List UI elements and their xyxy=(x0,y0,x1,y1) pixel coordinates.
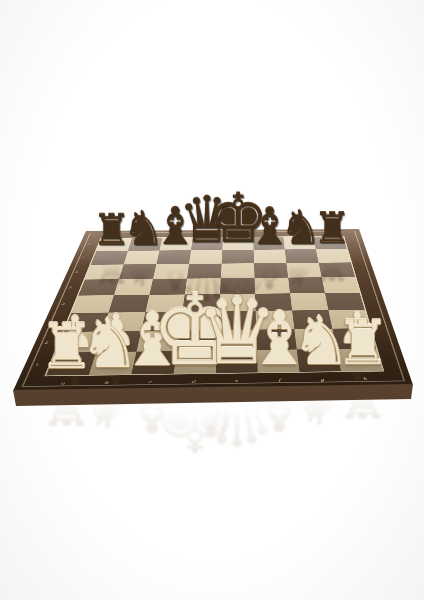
square-b3 xyxy=(103,312,146,331)
square-h6 xyxy=(319,262,355,277)
square-a3 xyxy=(64,313,109,332)
square-h5 xyxy=(322,277,360,293)
square-e4 xyxy=(219,294,256,312)
square-f7 xyxy=(254,249,287,263)
square-h8 xyxy=(313,236,347,249)
board-squares xyxy=(44,236,384,376)
square-a8 xyxy=(96,238,132,251)
square-c5 xyxy=(149,279,187,295)
square-a6 xyxy=(85,264,124,279)
square-g2 xyxy=(294,329,336,350)
square-f8 xyxy=(253,237,285,250)
square-a5 xyxy=(78,279,119,295)
square-g4 xyxy=(290,293,328,310)
square-d7 xyxy=(189,250,222,264)
square-d3 xyxy=(180,311,219,330)
square-f1 xyxy=(257,349,300,372)
square-h2 xyxy=(332,328,376,349)
square-f5 xyxy=(255,278,291,294)
square-a7 xyxy=(91,251,128,265)
square-b2 xyxy=(96,331,141,352)
square-a4 xyxy=(71,295,114,313)
square-c7 xyxy=(156,250,191,264)
square-c2 xyxy=(137,331,180,352)
square-c6 xyxy=(153,264,189,279)
square-a2 xyxy=(55,331,102,352)
square-b8 xyxy=(128,238,162,251)
square-g3 xyxy=(292,310,332,329)
square-b6 xyxy=(119,264,156,279)
square-c8 xyxy=(160,238,193,251)
square-d1 xyxy=(174,351,217,374)
square-f4 xyxy=(255,293,292,311)
rank-label-3: 3 xyxy=(53,321,57,324)
square-d5 xyxy=(185,278,221,294)
rank-label-2: 2 xyxy=(44,341,49,345)
square-e2 xyxy=(217,330,257,351)
square-d4 xyxy=(182,294,220,312)
chess-board: abcdefgh12345678 xyxy=(13,229,413,391)
square-e6 xyxy=(221,263,255,278)
square-b4 xyxy=(109,295,150,313)
square-d2 xyxy=(177,330,218,351)
file-label-g: g xyxy=(320,377,324,382)
square-b1 xyxy=(89,352,137,375)
square-d8 xyxy=(191,237,223,250)
square-g1 xyxy=(297,349,341,372)
square-h3 xyxy=(328,310,370,329)
square-f2 xyxy=(256,329,297,350)
rank-label-4: 4 xyxy=(61,303,65,306)
square-b7 xyxy=(124,251,160,265)
square-h1 xyxy=(336,348,382,371)
square-c3 xyxy=(141,312,182,331)
square-e7 xyxy=(222,250,254,264)
square-g7 xyxy=(285,249,319,263)
square-f3 xyxy=(256,310,295,329)
square-e8 xyxy=(222,237,253,250)
square-b5 xyxy=(114,279,153,295)
rank-label-1: 1 xyxy=(35,363,40,367)
square-c1 xyxy=(131,351,176,374)
square-e5 xyxy=(220,278,255,294)
file-label-c: c xyxy=(148,379,152,384)
file-label-a: a xyxy=(61,381,66,386)
square-e1 xyxy=(216,350,258,373)
rank-label-5: 5 xyxy=(68,286,72,289)
square-h7 xyxy=(316,249,351,263)
rank-label-8: 8 xyxy=(87,243,90,245)
square-g6 xyxy=(286,263,321,278)
file-label-f: f xyxy=(279,378,281,383)
square-g8 xyxy=(283,237,316,250)
square-g5 xyxy=(288,277,325,293)
square-d6 xyxy=(187,264,222,279)
file-label-e: e xyxy=(235,378,238,383)
square-c4 xyxy=(145,294,184,312)
file-label-d: d xyxy=(192,379,196,384)
file-label-b: b xyxy=(104,380,109,385)
rank-label-7: 7 xyxy=(81,256,85,258)
square-e3 xyxy=(218,311,256,330)
square-f6 xyxy=(254,263,288,278)
file-label-h: h xyxy=(363,376,368,381)
square-h4 xyxy=(325,293,365,310)
chess-set-photo: abcdefgh12345678 ♜♜♞♞♝♝♛♛♚♚♝♝♞♞♜♜♟♟♟♟♟♟♜… xyxy=(0,0,424,600)
rank-label-6: 6 xyxy=(75,271,79,274)
